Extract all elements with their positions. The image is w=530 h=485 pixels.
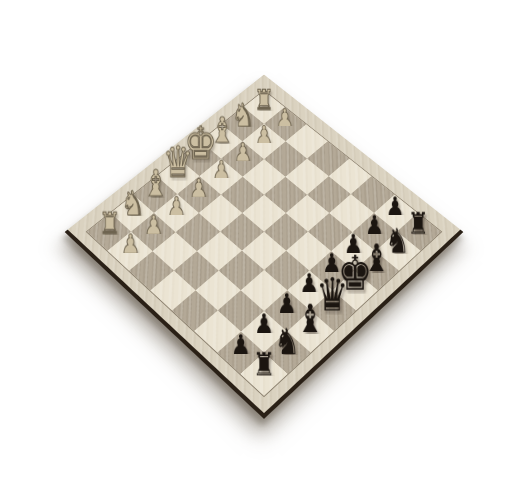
white-pawn-icon: ♟ xyxy=(255,122,274,148)
white-rook-icon: ♜ xyxy=(254,86,274,114)
white-pawn-icon: ♟ xyxy=(144,212,163,239)
black-pawn-icon: ♟ xyxy=(365,212,384,239)
white-rook-icon: ♜ xyxy=(98,209,120,239)
black-knight-icon: ♞ xyxy=(275,324,301,360)
white-knight-icon: ♞ xyxy=(121,186,145,220)
black-rook-icon: ♜ xyxy=(408,209,430,239)
white-pawn-icon: ♟ xyxy=(233,139,252,165)
black-rook-icon: ♜ xyxy=(252,349,275,381)
black-pawn-icon: ♟ xyxy=(230,331,251,360)
board-grid: ♜♟♟♜♞♟♟♞♝♟♟♝♚♟♟♚♛♟♟♛♝♟♟♝♞♟♟♞♜♟♟♜ xyxy=(86,90,443,397)
black-pawn-icon: ♟ xyxy=(386,193,405,220)
chess-board: ♜♟♟♜♞♟♟♞♝♟♟♝♚♟♟♚♛♟♟♛♝♟♟♝♞♟♟♞♜♟♟♜ xyxy=(65,75,464,419)
white-bishop-icon: ♝ xyxy=(142,165,168,201)
chess-photo-scene: ♜♟♟♜♞♟♟♞♝♟♟♝♚♟♟♚♛♟♟♛♝♟♟♝♞♟♟♞♜♟♟♜ xyxy=(0,0,530,485)
black-bishop-icon: ♝ xyxy=(296,300,324,339)
black-pawn-icon: ♟ xyxy=(277,290,297,318)
white-pawn-icon: ♟ xyxy=(189,175,208,202)
white-pawn-icon: ♟ xyxy=(276,105,294,131)
white-pawn-icon: ♟ xyxy=(120,231,140,258)
white-pawn-icon: ♟ xyxy=(167,193,186,220)
black-pawn-icon: ♟ xyxy=(254,310,274,338)
white-pawn-icon: ♟ xyxy=(212,157,231,183)
white-knight-icon: ♞ xyxy=(232,99,255,131)
